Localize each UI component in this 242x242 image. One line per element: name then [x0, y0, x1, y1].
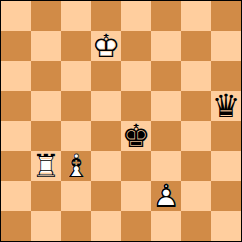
- square-f2[interactable]: ♟♙: [151, 181, 181, 211]
- square-b8[interactable]: [31, 1, 61, 31]
- square-c1[interactable]: [61, 211, 91, 241]
- square-h4[interactable]: [211, 121, 241, 151]
- square-d5[interactable]: [91, 91, 121, 121]
- square-e5[interactable]: [121, 91, 151, 121]
- piece-white-king: ♔: [91, 31, 121, 61]
- square-b7[interactable]: [31, 31, 61, 61]
- square-b2[interactable]: [31, 181, 61, 211]
- square-f5[interactable]: [151, 91, 181, 121]
- piece-white-bishop-fill: ♝: [61, 151, 91, 181]
- square-e8[interactable]: [121, 1, 151, 31]
- square-c3[interactable]: ♝♗: [61, 151, 91, 181]
- square-c6[interactable]: [61, 61, 91, 91]
- square-d8[interactable]: [91, 1, 121, 31]
- piece-black-king: ♚: [121, 121, 151, 151]
- square-f8[interactable]: [151, 1, 181, 31]
- square-e6[interactable]: [121, 61, 151, 91]
- square-d1[interactable]: [91, 211, 121, 241]
- square-g7[interactable]: [181, 31, 211, 61]
- square-f3[interactable]: [151, 151, 181, 181]
- square-h5[interactable]: ♛: [211, 91, 241, 121]
- piece-white-pawn: ♙: [151, 181, 181, 211]
- piece-white-rook-fill: ♜: [31, 151, 61, 181]
- piece-white-pawn-fill: ♟: [151, 181, 181, 211]
- square-a1[interactable]: [1, 211, 31, 241]
- square-h6[interactable]: [211, 61, 241, 91]
- square-c5[interactable]: [61, 91, 91, 121]
- piece-white-king-fill: ♚: [91, 31, 121, 61]
- square-g4[interactable]: [181, 121, 211, 151]
- square-h7[interactable]: [211, 31, 241, 61]
- square-e1[interactable]: [121, 211, 151, 241]
- square-c8[interactable]: [61, 1, 91, 31]
- square-a4[interactable]: [1, 121, 31, 151]
- square-e3[interactable]: [121, 151, 151, 181]
- square-h1[interactable]: [211, 211, 241, 241]
- square-h8[interactable]: [211, 1, 241, 31]
- square-d3[interactable]: [91, 151, 121, 181]
- piece-white-rook: ♖: [31, 151, 61, 181]
- square-h3[interactable]: [211, 151, 241, 181]
- piece-black-queen: ♛: [211, 91, 241, 121]
- square-g3[interactable]: [181, 151, 211, 181]
- square-c2[interactable]: [61, 181, 91, 211]
- square-g1[interactable]: [181, 211, 211, 241]
- piece-white-bishop: ♗: [61, 151, 91, 181]
- square-d2[interactable]: [91, 181, 121, 211]
- square-a6[interactable]: [1, 61, 31, 91]
- square-d6[interactable]: [91, 61, 121, 91]
- square-f1[interactable]: [151, 211, 181, 241]
- square-a8[interactable]: [1, 1, 31, 31]
- chess-board-grid: ♚♔♛♚♜♖♝♗♟♙: [1, 1, 241, 241]
- square-c7[interactable]: [61, 31, 91, 61]
- square-f4[interactable]: [151, 121, 181, 151]
- square-e4[interactable]: ♚: [121, 121, 151, 151]
- square-a2[interactable]: [1, 181, 31, 211]
- square-a7[interactable]: [1, 31, 31, 61]
- square-h2[interactable]: [211, 181, 241, 211]
- chess-board: ♚♔♛♚♜♖♝♗♟♙: [0, 0, 242, 242]
- square-e2[interactable]: [121, 181, 151, 211]
- square-g5[interactable]: [181, 91, 211, 121]
- square-g6[interactable]: [181, 61, 211, 91]
- square-g8[interactable]: [181, 1, 211, 31]
- square-b5[interactable]: [31, 91, 61, 121]
- square-a5[interactable]: [1, 91, 31, 121]
- square-a3[interactable]: [1, 151, 31, 181]
- square-b4[interactable]: [31, 121, 61, 151]
- square-b6[interactable]: [31, 61, 61, 91]
- square-d4[interactable]: [91, 121, 121, 151]
- square-c4[interactable]: [61, 121, 91, 151]
- square-d7[interactable]: ♚♔: [91, 31, 121, 61]
- square-e7[interactable]: [121, 31, 151, 61]
- square-b1[interactable]: [31, 211, 61, 241]
- square-f6[interactable]: [151, 61, 181, 91]
- square-f7[interactable]: [151, 31, 181, 61]
- square-g2[interactable]: [181, 181, 211, 211]
- square-b3[interactable]: ♜♖: [31, 151, 61, 181]
